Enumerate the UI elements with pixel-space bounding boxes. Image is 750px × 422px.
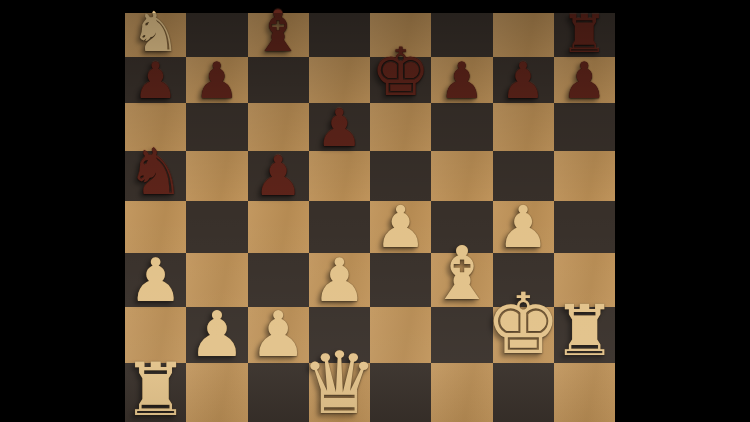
white-pawn-g4[interactable]: ♟ [497, 198, 549, 256]
square-e1[interactable] [370, 363, 431, 422]
black-pawn-c5[interactable]: ♟ [253, 149, 302, 204]
black-pawn-d6[interactable]: ♟ [316, 102, 363, 154]
square-f3[interactable]: ♝ [431, 253, 492, 307]
white-pawn-d3[interactable]: ♟ [312, 250, 366, 310]
square-h8[interactable]: ♜ [554, 13, 615, 57]
square-h4[interactable] [554, 201, 615, 253]
black-pawn-h7[interactable]: ♟ [562, 56, 607, 106]
square-f8[interactable] [431, 13, 492, 57]
black-pawn-b7[interactable]: ♟ [194, 56, 239, 106]
black-knight-a5[interactable]: ♞ [127, 140, 184, 204]
square-b5[interactable] [186, 151, 247, 201]
black-pawn-f7[interactable]: ♟ [439, 56, 484, 106]
square-c4[interactable] [248, 201, 309, 253]
white-pawn-c2[interactable]: ♟ [250, 303, 306, 366]
square-b6[interactable] [186, 103, 247, 151]
square-d3[interactable]: ♟ [309, 253, 370, 307]
white-queen-d1[interactable]: ♛ [301, 340, 378, 422]
chess-board: ♞♝♜♟♟♚♟♟♟♟♞♟♟♟♟♟♝♟♟♚♜♜♛ [125, 13, 615, 422]
white-pawn-b2[interactable]: ♟ [189, 303, 245, 366]
square-b2[interactable]: ♟ [186, 307, 247, 363]
square-b4[interactable] [186, 201, 247, 253]
square-h2[interactable]: ♜ [554, 307, 615, 363]
square-c2[interactable]: ♟ [248, 307, 309, 363]
square-c5[interactable]: ♟ [248, 151, 309, 201]
square-e4[interactable]: ♟ [370, 201, 431, 253]
square-d8[interactable] [309, 13, 370, 57]
square-e7[interactable]: ♚ [370, 57, 431, 103]
square-c8[interactable]: ♝ [248, 13, 309, 57]
square-f7[interactable]: ♟ [431, 57, 492, 103]
white-rook-a1[interactable]: ♜ [123, 353, 188, 422]
black-pawn-a7[interactable]: ♟ [133, 56, 178, 106]
square-f1[interactable] [431, 363, 492, 422]
square-a3[interactable]: ♟ [125, 253, 186, 307]
square-g7[interactable]: ♟ [493, 57, 554, 103]
square-b1[interactable] [186, 363, 247, 422]
square-g2[interactable]: ♚ [493, 307, 554, 363]
square-f6[interactable] [431, 103, 492, 151]
square-a1[interactable]: ♜ [125, 363, 186, 422]
square-e3[interactable] [370, 253, 431, 307]
square-d6[interactable]: ♟ [309, 103, 370, 151]
square-d5[interactable] [309, 151, 370, 201]
square-g6[interactable] [493, 103, 554, 151]
square-a7[interactable]: ♟ [125, 57, 186, 103]
square-c1[interactable] [248, 363, 309, 422]
square-h6[interactable] [554, 103, 615, 151]
square-e2[interactable] [370, 307, 431, 363]
square-d1[interactable]: ♛ [309, 363, 370, 422]
square-a5[interactable]: ♞ [125, 151, 186, 201]
square-d7[interactable] [309, 57, 370, 103]
black-bishop-c8[interactable]: ♝ [253, 3, 304, 60]
square-g4[interactable]: ♟ [493, 201, 554, 253]
white-rook-h2[interactable]: ♜ [553, 296, 616, 366]
black-king-e7[interactable]: ♚ [371, 40, 430, 106]
square-b7[interactable]: ♟ [186, 57, 247, 103]
white-king-g2[interactable]: ♚ [485, 282, 560, 366]
square-b8[interactable] [186, 13, 247, 57]
square-h5[interactable] [554, 151, 615, 201]
white-pawn-a3[interactable]: ♟ [129, 250, 183, 310]
app-background: ♞♝♜♟♟♚♟♟♟♟♞♟♟♟♟♟♝♟♟♚♜♜♛ [0, 0, 750, 422]
square-a8[interactable]: ♞ [125, 13, 186, 57]
square-f5[interactable] [431, 151, 492, 201]
square-g8[interactable] [493, 13, 554, 57]
square-h7[interactable]: ♟ [554, 57, 615, 103]
black-pawn-g7[interactable]: ♟ [501, 56, 546, 106]
white-pawn-e4[interactable]: ♟ [375, 198, 427, 256]
